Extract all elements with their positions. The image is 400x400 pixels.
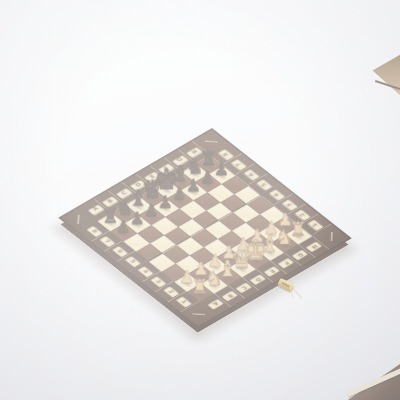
square-g7: ♟ bbox=[195, 174, 222, 192]
square-e6 bbox=[179, 201, 206, 219]
file-label-h-right: H bbox=[306, 241, 322, 252]
square-e8: ♚ bbox=[154, 180, 181, 198]
square-g6 bbox=[207, 184, 234, 202]
file-label-c-left: C bbox=[116, 188, 132, 199]
piece-black-pawn-b7: ♟ bbox=[129, 210, 144, 227]
file-label-a-right: A bbox=[207, 299, 223, 310]
piece-black-pawn-c7: ♟ bbox=[143, 202, 158, 219]
rank-label-1-bottom: 1 bbox=[176, 296, 192, 307]
square-h5 bbox=[234, 186, 261, 204]
square-f4 bbox=[219, 213, 246, 231]
rank-label-6-bottom: 6 bbox=[112, 246, 128, 257]
frame-corner-inlay bbox=[330, 232, 333, 241]
frame-corner-inlay bbox=[77, 215, 80, 224]
square-f5 bbox=[206, 202, 233, 220]
chess-board: ♜♟♟♜♞♟♟♞♝♟♟♝♚♟♟♚♛♟♟♛♝♟♟♝♞♟♟♞♜♟♟♜ 8877665… bbox=[61, 130, 349, 326]
piece-black-pawn-a7: ♟ bbox=[115, 218, 130, 235]
rank-label-8-top: 8 bbox=[218, 149, 234, 160]
piece-black-pawn-d7: ♟ bbox=[157, 194, 172, 211]
piece-black-pawn-f7: ♟ bbox=[185, 177, 200, 194]
piece-black-rook-h8: ♜ bbox=[200, 149, 217, 168]
file-label-f-left: F bbox=[158, 163, 174, 174]
rank-label-7-bottom: 7 bbox=[99, 236, 115, 247]
photo-scene: ♜♟♟♜♞♟♟♞♝♟♟♝♚♟♟♚♛♟♟♛♝♟♟♝♞♟♟♞♜♟♟♜ 8877665… bbox=[0, 0, 400, 400]
square-e5 bbox=[192, 211, 219, 229]
square-f6 bbox=[193, 192, 220, 210]
square-d6 bbox=[165, 209, 192, 227]
square-g5 bbox=[220, 194, 247, 212]
rank-label-1-top: 1 bbox=[307, 219, 323, 230]
file-label-d-left: D bbox=[130, 179, 146, 190]
square-h8: ♜ bbox=[196, 156, 223, 174]
square-e4 bbox=[205, 221, 232, 239]
rank-label-3-top: 3 bbox=[282, 199, 298, 210]
rank-label-6-top: 6 bbox=[244, 169, 260, 180]
frame-corner-inlay bbox=[205, 141, 218, 143]
board-rotation-wrapper: ♜♟♟♜♞♟♟♞♝♟♟♝♚♟♟♚♛♟♟♛♝♟♟♝♞♟♟♞♜♟♟♜ 8877665… bbox=[0, 0, 400, 400]
piece-black-pawn-h7: ♟ bbox=[213, 161, 228, 178]
square-d8: ♛ bbox=[140, 189, 167, 207]
square-f8: ♝ bbox=[168, 172, 195, 190]
rank-label-7-top: 7 bbox=[231, 159, 247, 170]
rank-label-4-bottom: 4 bbox=[138, 266, 154, 277]
rank-label-3-bottom: 3 bbox=[150, 276, 166, 287]
file-label-e-right: E bbox=[264, 266, 280, 277]
file-label-c-right: C bbox=[236, 282, 252, 293]
frame-labels: 8877665544332211HHGGFFEEDDCCBBAA bbox=[212, 130, 349, 238]
rank-label-4-top: 4 bbox=[269, 189, 285, 200]
piece-white-rook-a1: ♜ bbox=[191, 277, 208, 296]
file-label-g-right: G bbox=[292, 249, 308, 260]
square-h4 bbox=[247, 196, 274, 214]
file-label-d-right: D bbox=[250, 274, 266, 285]
frame-corner-inlay bbox=[192, 313, 205, 315]
square-g8: ♞ bbox=[182, 164, 209, 182]
square-h7: ♟ bbox=[209, 166, 236, 184]
file-label-f-right: F bbox=[278, 257, 294, 268]
square-f7: ♟ bbox=[181, 182, 208, 200]
rank-label-2-bottom: 2 bbox=[163, 286, 179, 297]
file-label-b-right: B bbox=[221, 290, 237, 301]
square-e7: ♟ bbox=[167, 191, 194, 209]
file-label-e-left: E bbox=[144, 171, 160, 182]
file-label-g-left: G bbox=[172, 155, 188, 166]
square-d7: ♟ bbox=[153, 199, 180, 217]
file-label-h-left: H bbox=[186, 147, 202, 158]
square-h6 bbox=[222, 176, 249, 194]
square-g4 bbox=[233, 204, 260, 222]
rank-label-8-bottom: 8 bbox=[87, 225, 103, 236]
square-c6 bbox=[151, 217, 178, 235]
piece-black-pawn-e7: ♟ bbox=[171, 185, 186, 202]
rank-label-5-top: 5 bbox=[256, 179, 272, 190]
piece-black-pawn-g7: ♟ bbox=[199, 169, 214, 186]
